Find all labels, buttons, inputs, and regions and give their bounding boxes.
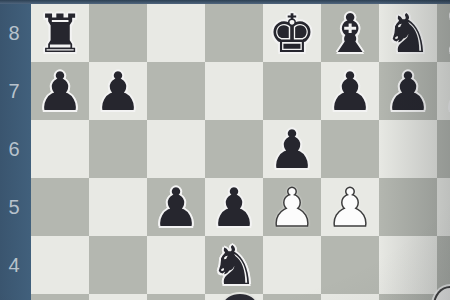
black-bishop-f8[interactable]: ♝ <box>321 4 379 62</box>
square-f5[interactable]: ♟ <box>321 178 379 236</box>
square-e3[interactable] <box>263 294 321 300</box>
black-pawn-g7[interactable]: ♟ <box>379 62 437 120</box>
square-b6[interactable] <box>89 120 147 178</box>
square-d6[interactable] <box>205 120 263 178</box>
black-pawn-c5[interactable]: ♟ <box>147 178 205 236</box>
chess-app-frame: 87654 ♜♚♝♞♜♟♟♟♟♟♟♟♟♟♟♞ <box>0 0 450 300</box>
square-f8[interactable]: ♝ <box>321 4 379 62</box>
square-h7[interactable]: ♟ <box>437 62 450 120</box>
square-e8[interactable]: ♚ <box>263 4 321 62</box>
square-a5[interactable] <box>31 178 89 236</box>
black-knight-d4[interactable]: ♞ <box>205 236 263 294</box>
square-a7[interactable]: ♟ <box>31 62 89 120</box>
square-g5[interactable] <box>379 178 437 236</box>
square-b4[interactable] <box>89 236 147 294</box>
square-f7[interactable]: ♟ <box>321 62 379 120</box>
square-b7[interactable]: ♟ <box>89 62 147 120</box>
square-c6[interactable] <box>147 120 205 178</box>
top-bar <box>0 0 450 4</box>
square-d8[interactable] <box>205 4 263 62</box>
square-g4[interactable] <box>379 236 437 294</box>
square-e4[interactable] <box>263 236 321 294</box>
square-g8[interactable]: ♞ <box>379 4 437 62</box>
chess-board[interactable]: ♜♚♝♞♜♟♟♟♟♟♟♟♟♟♟♞ <box>31 4 450 300</box>
square-d7[interactable] <box>205 62 263 120</box>
square-c3[interactable] <box>147 294 205 300</box>
square-a4[interactable] <box>31 236 89 294</box>
square-h5[interactable] <box>437 178 450 236</box>
rank-label-5: 5 <box>0 178 28 236</box>
square-c8[interactable] <box>147 4 205 62</box>
square-g7[interactable]: ♟ <box>379 62 437 120</box>
square-d4[interactable]: ♞ <box>205 236 263 294</box>
black-pawn-a7[interactable]: ♟ <box>31 62 89 120</box>
square-d5[interactable]: ♟ <box>205 178 263 236</box>
rank-label-7: 7 <box>0 62 28 120</box>
black-knight-g8[interactable]: ♞ <box>379 4 437 62</box>
square-e6[interactable]: ♟ <box>263 120 321 178</box>
black-rook-h8[interactable]: ♜ <box>437 4 450 62</box>
black-pawn-b7[interactable]: ♟ <box>89 62 147 120</box>
square-g6[interactable] <box>379 120 437 178</box>
square-c4[interactable] <box>147 236 205 294</box>
white-pawn-e5[interactable]: ♟ <box>263 178 321 236</box>
black-pawn-e6[interactable]: ♟ <box>263 120 321 178</box>
square-f3[interactable] <box>321 294 379 300</box>
square-f4[interactable] <box>321 236 379 294</box>
white-pawn-f5[interactable]: ♟ <box>321 178 379 236</box>
rank-label-8: 8 <box>0 4 28 62</box>
rank-label-4: 4 <box>0 236 28 294</box>
square-b8[interactable] <box>89 4 147 62</box>
square-a6[interactable] <box>31 120 89 178</box>
square-h6[interactable] <box>437 120 450 178</box>
square-c5[interactable]: ♟ <box>147 178 205 236</box>
square-g3[interactable] <box>379 294 437 300</box>
square-a3[interactable] <box>31 294 89 300</box>
black-king-e8[interactable]: ♚ <box>263 4 321 62</box>
rank-label-sidebar: 87654 <box>0 4 31 300</box>
square-b5[interactable] <box>89 178 147 236</box>
square-h8[interactable]: ♜ <box>437 4 450 62</box>
black-rook-a8[interactable]: ♜ <box>31 4 89 62</box>
square-e5[interactable]: ♟ <box>263 178 321 236</box>
square-b3[interactable] <box>89 294 147 300</box>
square-a8[interactable]: ♜ <box>31 4 89 62</box>
square-e7[interactable] <box>263 62 321 120</box>
rank-label-6: 6 <box>0 120 28 178</box>
black-pawn-h7[interactable]: ♟ <box>437 62 450 120</box>
black-pawn-f7[interactable]: ♟ <box>321 62 379 120</box>
square-c7[interactable] <box>147 62 205 120</box>
square-f6[interactable] <box>321 120 379 178</box>
black-pawn-d5[interactable]: ♟ <box>205 178 263 236</box>
